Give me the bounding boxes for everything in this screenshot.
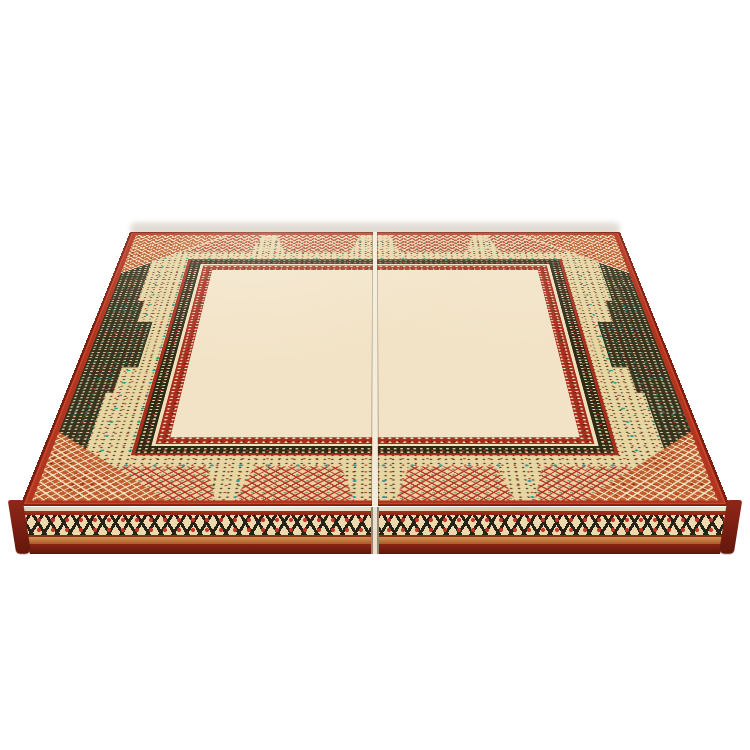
gloss-reflection [20, 232, 730, 506]
front-fold-seam [371, 507, 379, 554]
photo-canvas [0, 0, 750, 750]
board-scene [20, 232, 730, 506]
chess-board-top [20, 232, 730, 506]
